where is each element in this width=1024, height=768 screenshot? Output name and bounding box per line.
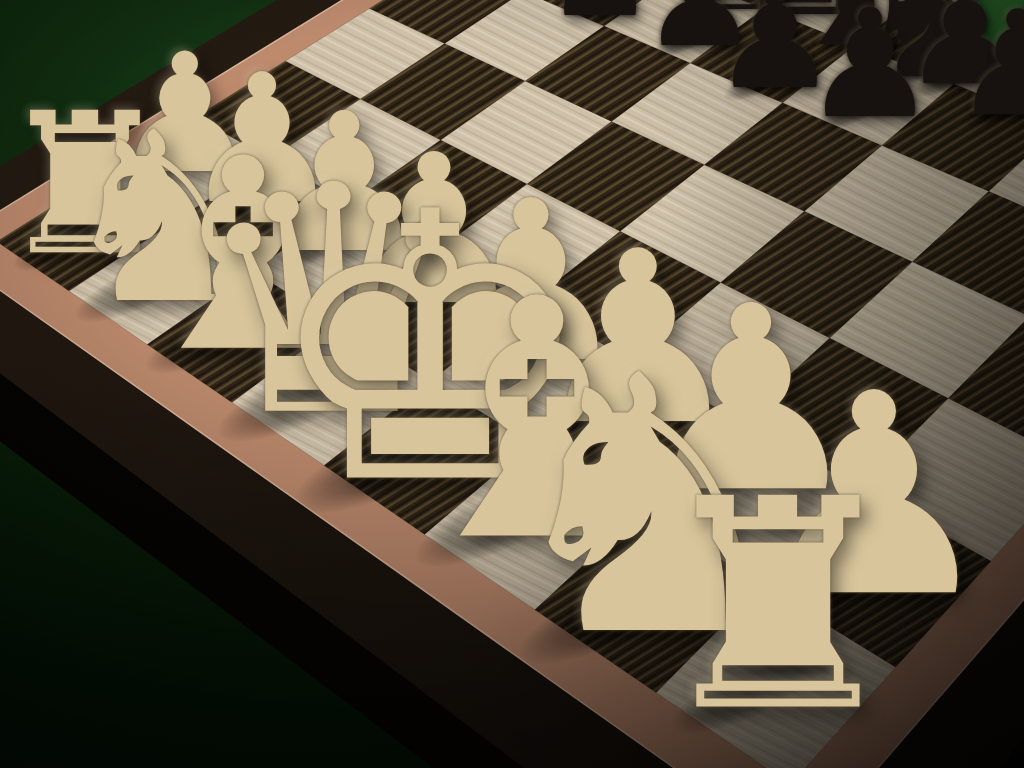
piece-black-pawn-c7[interactable]: ♟ <box>546 0 654 34</box>
pieces-layer: ♜♟♞♟♝♛♚♟♝♟♜♞♟♟♟♟♟♟♟♜♞♟♝♟♛♟♚♟♝♟♞♜ <box>0 0 1024 768</box>
piece-black-pawn-b7[interactable]: ♟ <box>449 0 548 6</box>
piece-black-pawn-f7[interactable]: ♟ <box>803 0 937 139</box>
chess-scene: ♜♟♞♟♝♛♚♟♝♟♜♞♟♟♟♟♟♟♟♜♞♟♝♟♛♟♚♟♝♟♞♜ <box>0 0 1024 768</box>
piece-white-rook-h1[interactable]: ♜ <box>648 461 908 751</box>
piece-black-pawn-h7[interactable]: ♟ <box>953 0 1024 136</box>
